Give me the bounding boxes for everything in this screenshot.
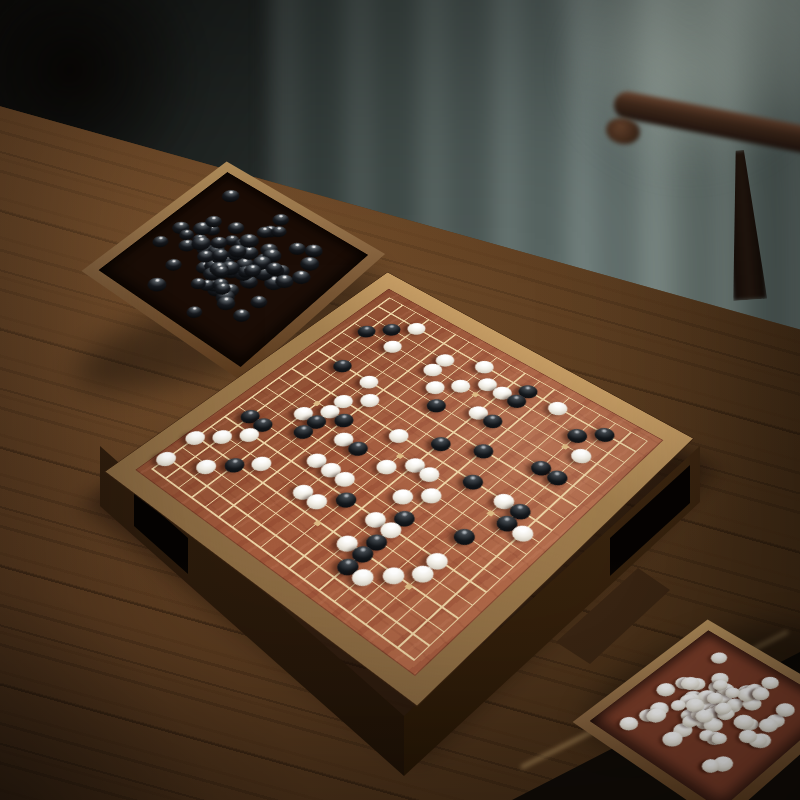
vignette	[0, 0, 800, 800]
go-board-scene	[0, 0, 800, 800]
